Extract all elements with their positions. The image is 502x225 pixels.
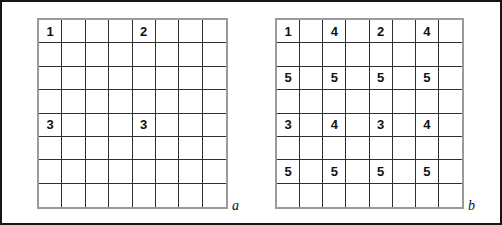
cell-a-r4c2 <box>62 90 85 113</box>
cell-a-r6c5 <box>133 137 156 160</box>
cell-b-r5c1: 3 <box>277 114 300 137</box>
cell-b-r8c3 <box>323 184 346 207</box>
cell-a-r6c1 <box>39 137 62 160</box>
cell-b-r7c6 <box>393 160 416 183</box>
cell-a-r1c7 <box>179 20 202 43</box>
cell-a-r7c6 <box>156 160 179 183</box>
cell-b-r1c4 <box>346 20 369 43</box>
cell-b-r8c8 <box>439 184 462 207</box>
cell-a-r2c4 <box>109 43 132 66</box>
cell-b-r5c5: 3 <box>370 114 393 137</box>
cell-b-r2c7 <box>416 43 439 66</box>
cell-a-r7c5 <box>133 160 156 183</box>
cell-a-r3c6 <box>156 67 179 90</box>
cell-a-r8c2 <box>62 184 85 207</box>
cell-a-r3c2 <box>62 67 85 90</box>
cell-b-r2c2 <box>300 43 323 66</box>
cell-a-r6c8 <box>203 137 226 160</box>
cell-a-r4c1 <box>39 90 62 113</box>
cell-b-r7c7: 5 <box>416 160 439 183</box>
cell-b-r1c3: 4 <box>323 20 346 43</box>
cell-a-r7c2 <box>62 160 85 183</box>
puzzle-grid-a: 1233 <box>37 18 228 209</box>
cell-a-r2c6 <box>156 43 179 66</box>
cell-b-r2c1 <box>277 43 300 66</box>
cell-b-r3c8 <box>439 67 462 90</box>
panel-a: 1233 a <box>37 18 228 209</box>
cell-a-r7c8 <box>203 160 226 183</box>
cell-b-r4c3 <box>323 90 346 113</box>
cell-a-r3c3 <box>86 67 109 90</box>
cell-a-r1c4 <box>109 20 132 43</box>
cell-b-r2c6 <box>393 43 416 66</box>
cell-b-r6c8 <box>439 137 462 160</box>
cell-a-r7c1 <box>39 160 62 183</box>
cell-b-r8c4 <box>346 184 369 207</box>
cell-b-r7c5: 5 <box>370 160 393 183</box>
cell-a-r4c4 <box>109 90 132 113</box>
cell-b-r8c1 <box>277 184 300 207</box>
cell-a-r2c8 <box>203 43 226 66</box>
cell-a-r4c3 <box>86 90 109 113</box>
cell-b-r3c3: 5 <box>323 67 346 90</box>
cell-b-r4c1 <box>277 90 300 113</box>
cell-a-r4c8 <box>203 90 226 113</box>
cell-a-r5c8 <box>203 114 226 137</box>
cell-b-r4c4 <box>346 90 369 113</box>
cell-a-r1c1: 1 <box>39 20 62 43</box>
cell-a-r4c7 <box>179 90 202 113</box>
cell-a-r3c1 <box>39 67 62 90</box>
cell-b-r4c6 <box>393 90 416 113</box>
cell-b-r8c2 <box>300 184 323 207</box>
cell-a-r1c8 <box>203 20 226 43</box>
cell-b-r6c2 <box>300 137 323 160</box>
cell-b-r7c1: 5 <box>277 160 300 183</box>
cell-b-r4c5 <box>370 90 393 113</box>
cell-a-r7c7 <box>179 160 202 183</box>
cell-b-r6c1 <box>277 137 300 160</box>
cell-b-r5c3: 4 <box>323 114 346 137</box>
cell-a-r3c8 <box>203 67 226 90</box>
cell-b-r7c8 <box>439 160 462 183</box>
cell-a-r5c5: 3 <box>133 114 156 137</box>
cell-b-r2c3 <box>323 43 346 66</box>
cell-b-r8c7 <box>416 184 439 207</box>
cell-a-r8c6 <box>156 184 179 207</box>
cell-b-r6c6 <box>393 137 416 160</box>
cell-b-r6c5 <box>370 137 393 160</box>
cell-a-r1c5: 2 <box>133 20 156 43</box>
cell-a-r5c1: 3 <box>39 114 62 137</box>
cell-b-r4c2 <box>300 90 323 113</box>
cell-b-r7c3: 5 <box>323 160 346 183</box>
panel-label-a: a <box>232 199 239 213</box>
cell-a-r5c2 <box>62 114 85 137</box>
cell-b-r3c6 <box>393 67 416 90</box>
cell-b-r4c7 <box>416 90 439 113</box>
cell-b-r3c7: 5 <box>416 67 439 90</box>
cell-a-r3c7 <box>179 67 202 90</box>
cell-b-r5c4 <box>346 114 369 137</box>
cell-a-r8c5 <box>133 184 156 207</box>
cell-a-r5c7 <box>179 114 202 137</box>
panel-label-b: b <box>468 199 475 213</box>
cell-a-r1c6 <box>156 20 179 43</box>
cell-a-r2c7 <box>179 43 202 66</box>
cell-a-r6c7 <box>179 137 202 160</box>
figure-frame: 1233 a 1424555534345555 b <box>0 0 502 225</box>
cell-b-r2c5 <box>370 43 393 66</box>
cell-a-r2c5 <box>133 43 156 66</box>
cell-a-r8c4 <box>109 184 132 207</box>
cell-b-r5c8 <box>439 114 462 137</box>
cell-b-r1c2 <box>300 20 323 43</box>
cell-b-r2c8 <box>439 43 462 66</box>
cell-b-r7c2 <box>300 160 323 183</box>
cell-b-r3c5: 5 <box>370 67 393 90</box>
cell-a-r7c3 <box>86 160 109 183</box>
cell-a-r4c6 <box>156 90 179 113</box>
cell-b-r8c5 <box>370 184 393 207</box>
cell-a-r5c3 <box>86 114 109 137</box>
cell-a-r7c4 <box>109 160 132 183</box>
cell-a-r6c2 <box>62 137 85 160</box>
cell-b-r1c8 <box>439 20 462 43</box>
cell-b-r1c6 <box>393 20 416 43</box>
cell-a-r1c3 <box>86 20 109 43</box>
cell-b-r4c8 <box>439 90 462 113</box>
panel-b: 1424555534345555 b <box>275 18 464 209</box>
cell-b-r5c7: 4 <box>416 114 439 137</box>
cell-a-r8c1 <box>39 184 62 207</box>
cell-a-r6c6 <box>156 137 179 160</box>
cell-a-r2c3 <box>86 43 109 66</box>
cell-a-r4c5 <box>133 90 156 113</box>
cell-a-r3c5 <box>133 67 156 90</box>
cell-a-r1c2 <box>62 20 85 43</box>
cell-a-r5c6 <box>156 114 179 137</box>
cell-a-r6c3 <box>86 137 109 160</box>
cell-b-r8c6 <box>393 184 416 207</box>
cell-a-r2c2 <box>62 43 85 66</box>
cell-b-r7c4 <box>346 160 369 183</box>
cell-b-r6c7 <box>416 137 439 160</box>
cell-a-r3c4 <box>109 67 132 90</box>
cell-b-r5c6 <box>393 114 416 137</box>
cell-b-r3c1: 5 <box>277 67 300 90</box>
cell-b-r1c5: 2 <box>370 20 393 43</box>
cell-b-r6c4 <box>346 137 369 160</box>
cell-b-r1c1: 1 <box>277 20 300 43</box>
cell-b-r2c4 <box>346 43 369 66</box>
cell-b-r1c7: 4 <box>416 20 439 43</box>
cell-a-r2c1 <box>39 43 62 66</box>
cell-b-r5c2 <box>300 114 323 137</box>
cell-a-r8c3 <box>86 184 109 207</box>
cell-b-r3c4 <box>346 67 369 90</box>
puzzle-grid-b: 1424555534345555 <box>275 18 464 209</box>
cell-a-r5c4 <box>109 114 132 137</box>
cell-b-r3c2 <box>300 67 323 90</box>
cell-a-r8c8 <box>203 184 226 207</box>
cell-a-r8c7 <box>179 184 202 207</box>
cell-b-r6c3 <box>323 137 346 160</box>
cell-a-r6c4 <box>109 137 132 160</box>
